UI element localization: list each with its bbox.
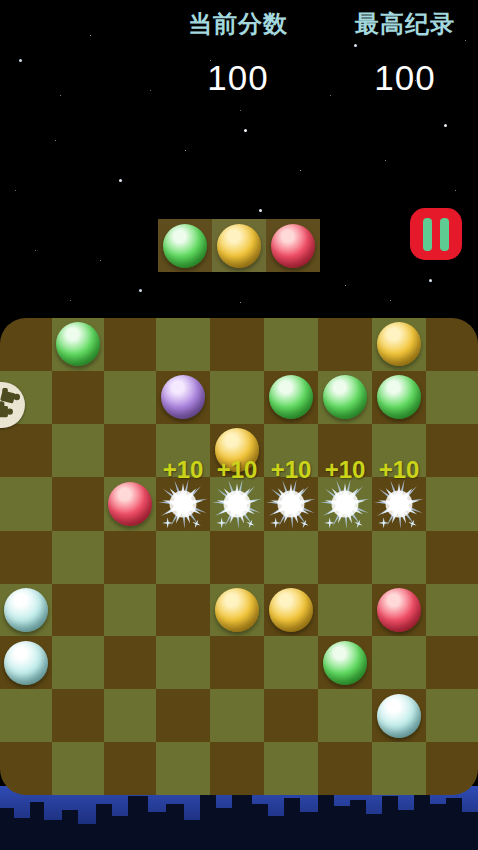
red-ball[interactable]: [108, 482, 152, 526]
board-cell[interactable]: [210, 371, 264, 424]
board-cell[interactable]: [372, 689, 426, 742]
board-cell[interactable]: [318, 689, 372, 742]
puzzle-menu-button[interactable]: [0, 382, 25, 428]
board-cell[interactable]: +10: [210, 477, 264, 531]
score-popup: +10: [325, 456, 366, 484]
gold-ball[interactable]: [269, 588, 313, 632]
board-cell[interactable]: [52, 477, 104, 531]
current-score-label: 当前分数: [158, 8, 318, 40]
current-score-value: 100: [158, 58, 318, 98]
board-cell[interactable]: [264, 318, 318, 371]
explosion-effect: +10: [372, 477, 426, 531]
green-ball[interactable]: [323, 375, 367, 419]
board-cell[interactable]: [0, 424, 52, 477]
board-cell[interactable]: [318, 636, 372, 689]
board-cell[interactable]: [52, 636, 104, 689]
board-cell[interactable]: [156, 742, 210, 795]
board-cell[interactable]: [104, 742, 156, 795]
cyan-ball[interactable]: [4, 641, 48, 685]
green-ball[interactable]: [377, 375, 421, 419]
board-cell[interactable]: [318, 742, 372, 795]
current-score-block: 当前分数 100: [158, 8, 318, 98]
board-cell[interactable]: +10: [318, 477, 372, 531]
board-cell[interactable]: [210, 318, 264, 371]
gold-ball[interactable]: [215, 588, 259, 632]
board-cell[interactable]: [52, 584, 104, 637]
board-cell[interactable]: [426, 636, 478, 689]
red-ball[interactable]: [377, 588, 421, 632]
board-cell[interactable]: [426, 689, 478, 742]
board-cell[interactable]: [264, 531, 318, 584]
board-cell[interactable]: [318, 371, 372, 424]
board-cell[interactable]: [426, 371, 478, 424]
green-ball[interactable]: [56, 322, 100, 366]
board-cell[interactable]: [156, 584, 210, 637]
board-cell[interactable]: [52, 742, 104, 795]
board-cell[interactable]: [0, 584, 52, 637]
board-cell[interactable]: [372, 636, 426, 689]
board-cell[interactable]: [0, 531, 52, 584]
gold-ball[interactable]: [217, 224, 261, 268]
board-cell[interactable]: [426, 424, 478, 477]
board-cell[interactable]: [104, 689, 156, 742]
pause-icon: [440, 218, 449, 251]
board-cell[interactable]: [52, 371, 104, 424]
explosion-effect: +10: [210, 477, 264, 531]
puzzle-icon: [0, 388, 22, 422]
explosion-effect: +10: [156, 477, 210, 531]
board-cell[interactable]: [372, 584, 426, 637]
board-cell[interactable]: [0, 318, 52, 371]
board-cell[interactable]: [156, 531, 210, 584]
board-cell[interactable]: [264, 371, 318, 424]
board-cell[interactable]: [426, 584, 478, 637]
board-cell[interactable]: [426, 477, 478, 531]
board-cell[interactable]: [156, 371, 210, 424]
board-cell[interactable]: +10: [264, 477, 318, 531]
board-cell[interactable]: [210, 531, 264, 584]
tray-cell: [158, 219, 212, 272]
starfield: [0, 0, 1, 1]
board-cell[interactable]: [264, 689, 318, 742]
board-cell[interactable]: [52, 689, 104, 742]
game-board: +10+10+10+10+10: [0, 318, 478, 795]
board-cell[interactable]: [0, 742, 52, 795]
best-score-value: 100: [330, 58, 478, 98]
board-cell[interactable]: [104, 318, 156, 371]
board-cell[interactable]: [426, 742, 478, 795]
board-cell[interactable]: [372, 371, 426, 424]
cyan-ball[interactable]: [377, 694, 421, 738]
board-cell[interactable]: +10: [372, 477, 426, 531]
next-balls-tray: [158, 219, 320, 272]
best-score-label: 最高纪录: [330, 8, 478, 40]
board-cell[interactable]: [104, 371, 156, 424]
board-cell[interactable]: [104, 477, 156, 531]
score-popup: +10: [271, 456, 312, 484]
purple-ball[interactable]: [161, 375, 205, 419]
board-cell[interactable]: [156, 689, 210, 742]
tray-cell: [212, 219, 266, 272]
board-cell[interactable]: [426, 531, 478, 584]
gold-ball[interactable]: [377, 322, 421, 366]
board-cell[interactable]: [104, 424, 156, 477]
score-popup: +10: [379, 456, 420, 484]
board-cell[interactable]: [52, 424, 104, 477]
board-cell[interactable]: [0, 636, 52, 689]
red-ball[interactable]: [271, 224, 315, 268]
board-cell[interactable]: [104, 584, 156, 637]
board-cell[interactable]: [0, 689, 52, 742]
board-cell[interactable]: [210, 584, 264, 637]
board-cell[interactable]: [264, 584, 318, 637]
board-cell[interactable]: [104, 531, 156, 584]
board-cell[interactable]: [318, 584, 372, 637]
green-ball[interactable]: [323, 641, 367, 685]
board-cell[interactable]: [318, 318, 372, 371]
pause-icon: [423, 218, 432, 251]
board-cell[interactable]: [0, 477, 52, 531]
score-popup: +10: [163, 456, 204, 484]
board-cell[interactable]: [372, 531, 426, 584]
green-ball[interactable]: [163, 224, 207, 268]
board-cell[interactable]: [372, 318, 426, 371]
pause-button[interactable]: [410, 208, 462, 260]
explosion-effect: +10: [318, 477, 372, 531]
board-cell[interactable]: [52, 318, 104, 371]
board-cell[interactable]: [156, 318, 210, 371]
cyan-ball[interactable]: [4, 588, 48, 632]
best-score-block: 最高纪录 100: [330, 8, 478, 98]
board-cell[interactable]: [156, 636, 210, 689]
board-cell[interactable]: [210, 689, 264, 742]
tray-cell: [266, 219, 320, 272]
city-skyline: [0, 786, 478, 850]
board-cell[interactable]: [264, 636, 318, 689]
board-cell[interactable]: [318, 531, 372, 584]
board-cell[interactable]: +10: [156, 477, 210, 531]
board-cell[interactable]: [104, 636, 156, 689]
board-cell[interactable]: [52, 531, 104, 584]
explosion-effect: +10: [264, 477, 318, 531]
board-cell[interactable]: [372, 742, 426, 795]
board-cell[interactable]: [210, 636, 264, 689]
green-ball[interactable]: [269, 375, 313, 419]
board-cell[interactable]: [264, 742, 318, 795]
board-cell[interactable]: [426, 318, 478, 371]
score-popup: +10: [217, 456, 258, 484]
board-cell[interactable]: [210, 742, 264, 795]
